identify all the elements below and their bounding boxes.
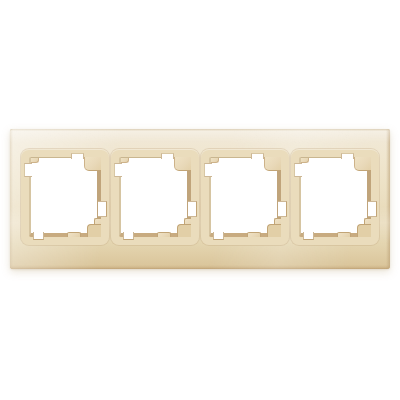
fixing-tab-bottom-center xyxy=(337,232,351,237)
fixing-tab-bottom-right xyxy=(87,224,101,237)
cutout-notch-left xyxy=(114,163,122,177)
cutout-notch-left xyxy=(24,163,32,177)
cutout-notch-right xyxy=(368,201,377,217)
cutout-notch-bottom xyxy=(303,232,314,240)
cutout-notch-bottom xyxy=(33,232,44,240)
fixing-tab-top-left xyxy=(121,158,129,163)
fixing-tab-top-left xyxy=(301,158,309,163)
frame-window-4 xyxy=(299,157,371,237)
cutout-notch-right xyxy=(278,201,287,217)
cutout-notch-bottom xyxy=(123,232,134,240)
glass-top-edge xyxy=(10,129,390,131)
cutout-notch-top xyxy=(71,153,84,159)
frame-window-3 xyxy=(209,157,281,237)
cutout-notch-top xyxy=(161,153,174,159)
fixing-tab-top-right xyxy=(354,157,371,171)
cutout-notch-bottom xyxy=(213,232,224,240)
fixing-tab-top-left xyxy=(211,158,219,163)
fixing-tab-bottom-center xyxy=(247,232,261,237)
fixing-tab-top-right xyxy=(84,157,101,171)
cutout-notch-top xyxy=(251,153,264,159)
photo-canvas xyxy=(0,0,400,400)
glass-left-edge xyxy=(10,129,13,269)
glass-bottom-edge xyxy=(10,265,390,269)
cutout-notch-left xyxy=(294,163,302,177)
fixing-tab-bottom-center xyxy=(157,232,171,237)
fixing-tab-bottom-center xyxy=(67,232,81,237)
frame-window-1 xyxy=(29,157,101,237)
cutout-notch-right xyxy=(188,201,197,217)
fixing-tab-bottom-right xyxy=(177,224,191,237)
cutout-notch-top xyxy=(341,153,354,159)
cutout-notch-right xyxy=(98,201,107,217)
fixing-tab-top-right xyxy=(264,157,281,171)
frame-window-2 xyxy=(119,157,191,237)
fixing-tab-bottom-right xyxy=(267,224,281,237)
glass-right-edge xyxy=(386,129,390,269)
fixing-tab-top-left xyxy=(31,158,39,163)
fixing-tab-top-right xyxy=(174,157,191,171)
fixing-tab-bottom-right xyxy=(357,224,371,237)
cutout-notch-left xyxy=(204,163,212,177)
switch-frame-glass-plate xyxy=(10,129,390,269)
